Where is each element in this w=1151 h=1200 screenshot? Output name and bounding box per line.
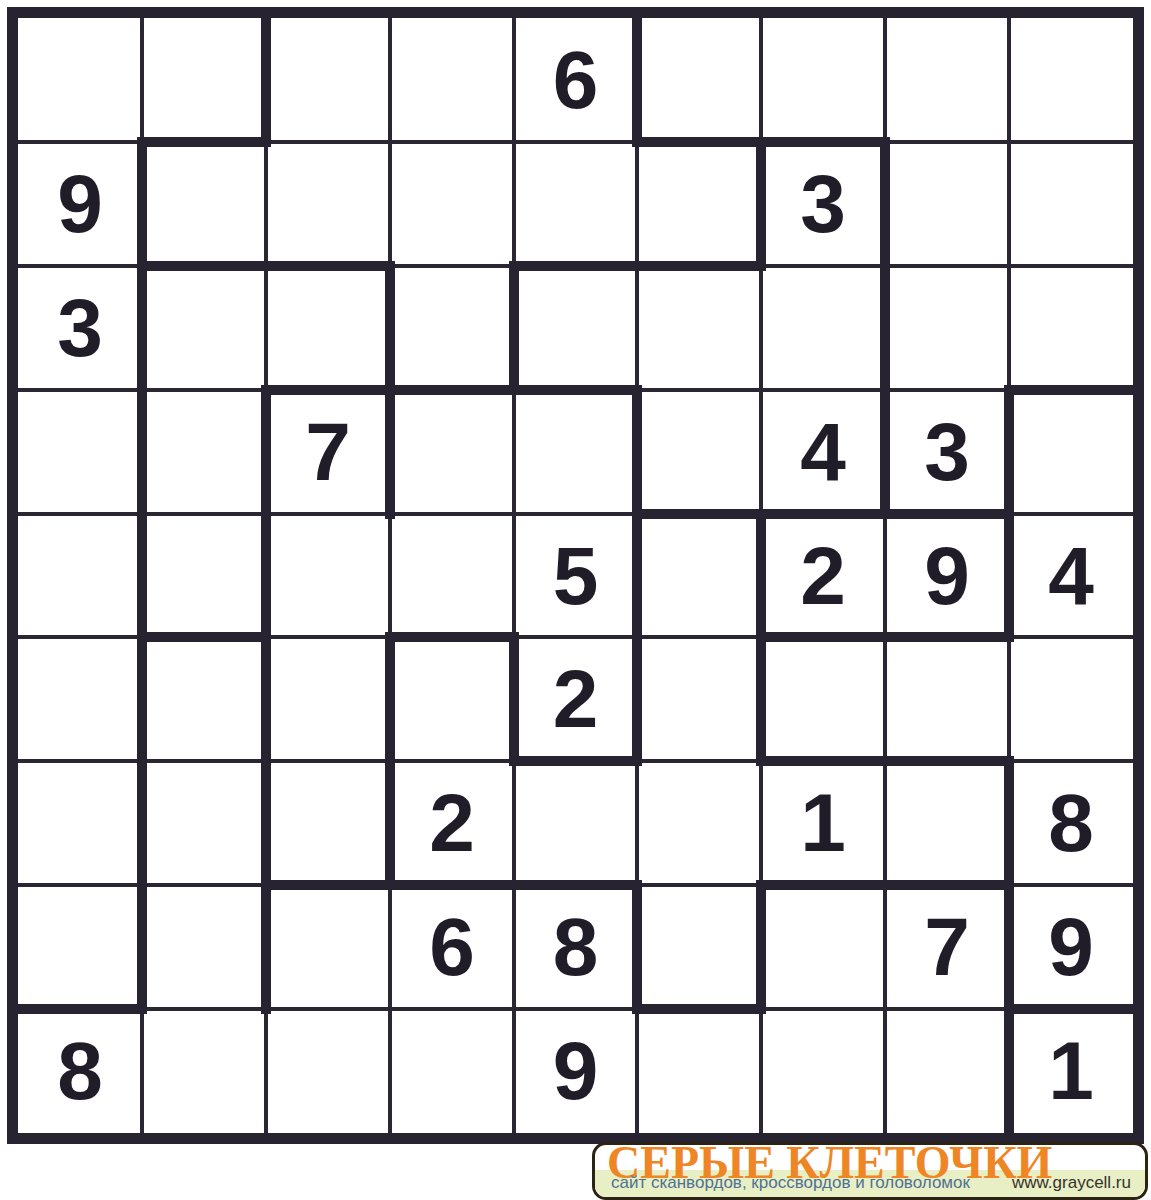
grid-cell-r4c1[interactable] — [18, 390, 142, 514]
given-digit: 1 — [761, 761, 885, 885]
grid-cell-r2c4[interactable] — [390, 142, 514, 266]
grid-cell-r4c5[interactable] — [514, 390, 637, 514]
region-border-vertical — [632, 385, 642, 519]
grid-cell-r4c6[interactable] — [637, 390, 761, 514]
grid-cell-r6c4[interactable] — [390, 637, 514, 761]
region-border-vertical — [137, 756, 147, 890]
grid-cell-r1c2[interactable] — [142, 18, 266, 142]
given-digit: 7 — [266, 390, 390, 514]
grid-cell-r9c4[interactable] — [390, 1009, 514, 1133]
grid-cell-r3c7[interactable] — [761, 266, 885, 390]
logo-url-link[interactable]: www.graycell.ru — [1012, 1173, 1131, 1193]
region-border-horizontal — [509, 261, 642, 271]
grid-cell-r7c1[interactable] — [18, 761, 142, 885]
grid-cell-r7c3[interactable] — [266, 761, 390, 885]
region-border-horizontal — [137, 261, 271, 271]
grid-cell-r8c1[interactable] — [18, 885, 142, 1009]
region-border-vertical — [137, 385, 147, 519]
grid-cell-r2c8[interactable] — [885, 142, 1009, 266]
grid-cell-r3c2[interactable] — [142, 266, 266, 390]
grid-cell-r3c4[interactable] — [390, 266, 514, 390]
grid-cell-r2c9[interactable] — [1009, 142, 1133, 266]
given-digit: 4 — [1009, 514, 1133, 637]
region-border-vertical — [385, 261, 395, 395]
region-border-horizontal — [261, 261, 395, 271]
grid-cell-r5c1[interactable] — [18, 514, 142, 637]
region-border-vertical — [385, 632, 395, 766]
given-digit: 3 — [761, 142, 885, 266]
region-border-vertical — [756, 880, 766, 1014]
region-border-vertical — [137, 632, 147, 766]
grid-cell-r1c6[interactable] — [637, 18, 761, 142]
grid-cell-r3c9[interactable] — [1009, 266, 1133, 390]
region-border-vertical — [261, 509, 271, 642]
given-digit: 2 — [514, 637, 637, 761]
puzzle-grid: 6933743529422186879891 — [18, 18, 1133, 1133]
region-border-horizontal — [385, 632, 519, 642]
grid-cell-r5c6[interactable] — [637, 514, 761, 637]
given-digit: 6 — [514, 18, 637, 142]
region-border-vertical — [261, 632, 271, 766]
region-border-horizontal — [632, 509, 766, 519]
region-border-horizontal — [509, 385, 642, 395]
region-border-horizontal — [137, 632, 271, 642]
grid-cell-r3c5[interactable] — [514, 266, 637, 390]
grid-cell-r8c2[interactable] — [142, 885, 266, 1009]
region-border-vertical — [261, 756, 271, 890]
puzzle-page: { "game": "jigsaw (irregular regions) su… — [0, 0, 1151, 1200]
grid-cell-r5c2[interactable] — [142, 514, 266, 637]
logo-subtitle: сайт сканвордов, кроссвордов и головолом… — [611, 1173, 970, 1193]
given-digit: 7 — [885, 885, 1009, 1009]
region-border-horizontal — [1004, 385, 1133, 395]
region-border-vertical — [261, 880, 271, 1014]
grid-cell-r6c9[interactable] — [1009, 637, 1133, 761]
grid-cell-r7c5[interactable] — [514, 761, 637, 885]
given-digit: 8 — [514, 885, 637, 1009]
region-border-vertical — [756, 632, 766, 766]
grid-cell-r2c2[interactable] — [142, 142, 266, 266]
puzzle-board: 6933743529422186879891 — [7, 7, 1144, 1144]
grid-cell-r6c6[interactable] — [637, 637, 761, 761]
grid-cell-r4c2[interactable] — [142, 390, 266, 514]
grid-cell-r1c7[interactable] — [761, 18, 885, 142]
given-digit: 3 — [18, 266, 142, 390]
grid-cell-r3c8[interactable] — [885, 266, 1009, 390]
grid-cell-r9c6[interactable] — [637, 1009, 761, 1133]
grid-cell-r1c4[interactable] — [390, 18, 514, 142]
grid-cell-r2c6[interactable] — [637, 142, 761, 266]
grid-cell-r6c2[interactable] — [142, 637, 266, 761]
grid-cell-r5c4[interactable] — [390, 514, 514, 637]
region-border-horizontal — [632, 137, 766, 147]
grid-cell-r8c7[interactable] — [761, 885, 885, 1009]
region-border-vertical — [137, 880, 147, 1014]
grid-cell-r9c8[interactable] — [885, 1009, 1009, 1133]
grid-cell-r6c1[interactable] — [18, 637, 142, 761]
given-digit: 9 — [885, 514, 1009, 637]
given-digit: 9 — [18, 142, 142, 266]
grid-cell-r3c6[interactable] — [637, 266, 761, 390]
region-border-horizontal — [137, 137, 271, 147]
given-digit: 2 — [390, 761, 514, 885]
grid-cell-r6c7[interactable] — [761, 637, 885, 761]
given-digit: 9 — [514, 1009, 637, 1133]
region-border-horizontal — [632, 261, 766, 271]
grid-cell-r2c5[interactable] — [514, 142, 637, 266]
region-border-vertical — [880, 261, 890, 395]
grid-cell-r8c6[interactable] — [637, 885, 761, 1009]
grid-cell-r1c8[interactable] — [885, 18, 1009, 142]
given-digit: 5 — [514, 514, 637, 637]
region-border-horizontal — [261, 880, 395, 890]
grid-cell-r6c8[interactable] — [885, 637, 1009, 761]
given-digit: 8 — [1009, 761, 1133, 885]
given-digit: 2 — [761, 514, 885, 637]
given-digit: 4 — [761, 390, 885, 514]
grid-cell-r7c6[interactable] — [637, 761, 761, 885]
grid-cell-r5c3[interactable] — [266, 514, 390, 637]
given-digit: 3 — [885, 390, 1009, 514]
graycell-logo[interactable]: Серые клеточки сайт сканвордов, кроссвор… — [592, 1142, 1148, 1200]
given-digit: 9 — [1009, 885, 1133, 1009]
given-digit: 8 — [18, 1009, 142, 1133]
region-border-horizontal — [632, 1004, 766, 1014]
grid-cell-r2c3[interactable] — [266, 142, 390, 266]
grid-cell-r1c9[interactable] — [1009, 18, 1133, 142]
region-border-vertical — [137, 509, 147, 642]
grid-cell-r3c3[interactable] — [266, 266, 390, 390]
grid-cell-r4c4[interactable] — [390, 390, 514, 514]
region-border-vertical — [261, 18, 271, 147]
region-border-horizontal — [385, 385, 519, 395]
grid-cell-r7c2[interactable] — [142, 761, 266, 885]
grid-cell-r7c8[interactable] — [885, 761, 1009, 885]
given-digit: 1 — [1009, 1009, 1133, 1133]
grid-cell-r9c2[interactable] — [142, 1009, 266, 1133]
grid-cell-r6c3[interactable] — [266, 637, 390, 761]
grid-cell-r9c7[interactable] — [761, 1009, 885, 1133]
grid-cell-r1c1[interactable] — [18, 18, 142, 142]
region-border-horizontal — [880, 756, 1014, 766]
given-digit: 6 — [390, 885, 514, 1009]
grid-cell-r9c3[interactable] — [266, 1009, 390, 1133]
grid-cell-r4c9[interactable] — [1009, 390, 1133, 514]
grid-cell-r1c3[interactable] — [266, 18, 390, 142]
region-border-vertical — [509, 261, 519, 395]
grid-cell-r8c3[interactable] — [266, 885, 390, 1009]
